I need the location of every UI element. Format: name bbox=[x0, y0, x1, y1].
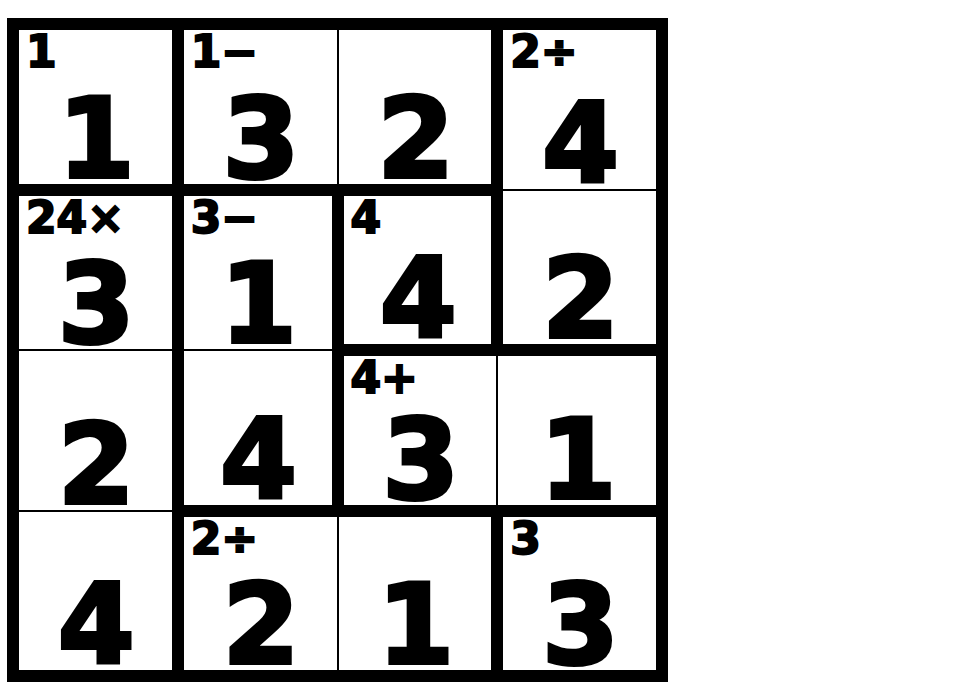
cell-r2c2[interactable]: 3− 1 bbox=[179, 191, 337, 350]
cell-digit-r2c2: 1 bbox=[184, 249, 332, 359]
cage-clue-r1c1: 1 bbox=[26, 30, 57, 74]
cell-digit-r3c3: 3 bbox=[344, 405, 497, 515]
cell-digit-r4c1: 4 bbox=[19, 570, 172, 680]
cell-r3c1[interactable]: 2 bbox=[19, 351, 177, 510]
cell-r1c4[interactable]: 2÷ 4 bbox=[498, 30, 656, 189]
cell-digit-r3c2: 4 bbox=[184, 405, 332, 515]
cell-r2c1[interactable]: 24× 3 bbox=[19, 191, 177, 350]
cell-digit-r4c3: 1 bbox=[339, 570, 492, 680]
cage-clue-r3c3: 4+ bbox=[351, 356, 418, 400]
cell-digit-r4c2: 2 bbox=[184, 570, 337, 680]
cell-digit-r4c4: 3 bbox=[503, 570, 656, 680]
cell-r1c1[interactable]: 1 1 bbox=[19, 30, 177, 189]
cell-r4c2[interactable]: 2÷ 2 bbox=[179, 512, 337, 671]
cell-digit-r1c2: 3 bbox=[184, 84, 337, 194]
cell-digit-r2c1: 3 bbox=[19, 249, 172, 359]
cell-r1c2[interactable]: 1− 3 bbox=[179, 30, 337, 189]
cage-clue-r1c2: 1− bbox=[191, 30, 258, 74]
cage-clue-r2c1: 24× bbox=[26, 196, 124, 240]
cell-digit-r2c4: 2 bbox=[503, 244, 656, 354]
cell-digit-r1c4: 4 bbox=[503, 89, 656, 199]
cage-clue-r2c2: 3− bbox=[191, 196, 258, 240]
cage-clue-r4c2: 2÷ bbox=[191, 517, 258, 561]
cell-r4c4[interactable]: 3 3 bbox=[498, 512, 656, 671]
cell-r3c3[interactable]: 4+ 3 bbox=[339, 351, 497, 510]
cell-digit-r3c4: 1 bbox=[498, 405, 656, 515]
cage-clue-r4c4: 3 bbox=[510, 517, 541, 561]
cell-r3c2[interactable]: 4 bbox=[179, 351, 337, 510]
cell-r1c3[interactable]: 2 bbox=[339, 30, 497, 189]
cell-r4c3[interactable]: 1 bbox=[339, 512, 497, 671]
page: 1 1 1− 3 2 2÷ 4 24× 3 3− 1 4 4 2 bbox=[0, 0, 960, 686]
cell-digit-r1c1: 1 bbox=[19, 84, 172, 194]
kenken-board: 1 1 1− 3 2 2÷ 4 24× 3 3− 1 4 4 2 bbox=[7, 18, 668, 682]
cell-r2c3[interactable]: 4 4 bbox=[339, 191, 497, 350]
cage-clue-r1c4: 2÷ bbox=[510, 30, 577, 74]
cell-r3c4[interactable]: 1 bbox=[498, 351, 656, 510]
cell-digit-r3c1: 2 bbox=[19, 410, 172, 520]
cell-r4c1[interactable]: 4 bbox=[19, 512, 177, 671]
cell-digit-r2c3: 4 bbox=[344, 244, 492, 354]
cage-clue-r2c3: 4 bbox=[351, 196, 382, 240]
cell-digit-r1c3: 2 bbox=[339, 84, 492, 194]
cell-r2c4[interactable]: 2 bbox=[498, 191, 656, 350]
